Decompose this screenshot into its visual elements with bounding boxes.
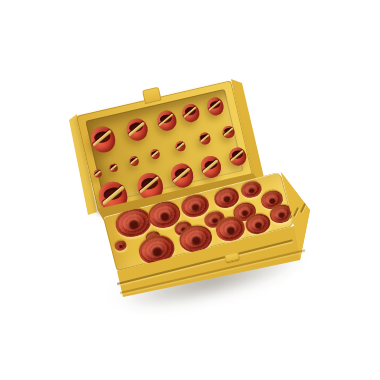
product-photo-stage [0,0,380,380]
oring-stack [169,162,196,190]
oring-stack [199,154,223,180]
oring-stack [109,163,119,173]
oring-stack [221,124,236,139]
oring-stack [88,124,117,155]
oring-stack [124,116,150,143]
oring-stack [206,96,225,116]
oring-cavity [114,239,128,251]
oring-stack [227,146,248,168]
oring-stack [93,169,102,178]
oring-cavity [239,179,263,200]
oring-stack [149,149,160,160]
oring-stack [180,102,201,124]
oring-stack [128,155,139,166]
oring-stack [155,109,178,133]
oring-stack [174,140,186,153]
oring-stack [198,132,211,146]
lid-bottom-rim-wall [0,0,380,380]
